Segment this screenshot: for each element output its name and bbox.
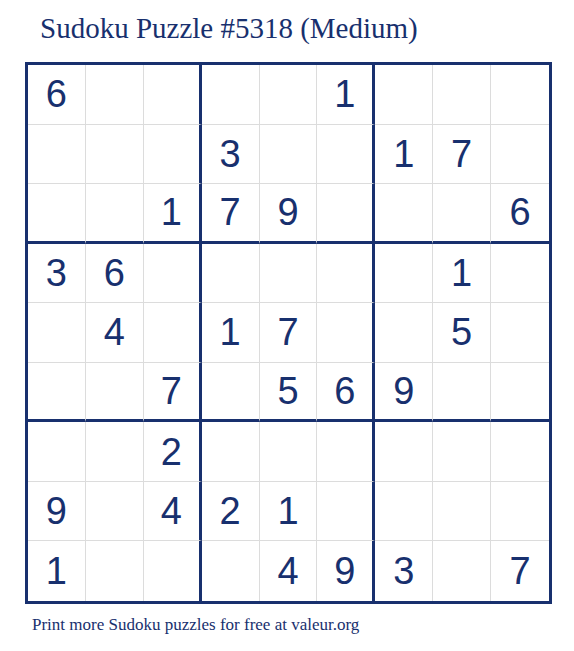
cell-r8c2[interactable]	[86, 482, 144, 542]
cell-r8c5[interactable]: 1	[260, 482, 318, 542]
cell-r3c1[interactable]	[28, 184, 86, 244]
cell-r4c8[interactable]: 1	[433, 244, 491, 304]
cell-r3c6[interactable]	[317, 184, 375, 244]
cell-r6c5[interactable]: 5	[260, 363, 318, 423]
cell-r1c8[interactable]	[433, 65, 491, 125]
cell-r4c2[interactable]: 6	[86, 244, 144, 304]
cell-r3c2[interactable]	[86, 184, 144, 244]
page-title: Sudoku Puzzle #5318 (Medium)	[40, 12, 418, 45]
cell-r1c5[interactable]	[260, 65, 318, 125]
cell-r4c1[interactable]: 3	[28, 244, 86, 304]
cell-r5c1[interactable]	[28, 303, 86, 363]
cell-r1c3[interactable]	[144, 65, 202, 125]
cell-r7c9[interactable]	[491, 422, 549, 482]
cell-r3c7[interactable]	[375, 184, 433, 244]
cell-r6c4[interactable]	[202, 363, 260, 423]
cell-r5c8[interactable]: 5	[433, 303, 491, 363]
cell-r1c9[interactable]	[491, 65, 549, 125]
cell-r8c3[interactable]: 4	[144, 482, 202, 542]
cell-r5c4[interactable]: 1	[202, 303, 260, 363]
cell-r6c7[interactable]: 9	[375, 363, 433, 423]
footer-text: Print more Sudoku puzzles for free at va…	[32, 615, 359, 635]
cell-r3c5[interactable]: 9	[260, 184, 318, 244]
cell-r9c6[interactable]: 9	[317, 541, 375, 601]
cell-r1c7[interactable]	[375, 65, 433, 125]
cell-r9c9[interactable]: 7	[491, 541, 549, 601]
cell-r5c7[interactable]	[375, 303, 433, 363]
cell-r2c6[interactable]	[317, 125, 375, 185]
cell-r9c3[interactable]	[144, 541, 202, 601]
cell-r8c9[interactable]	[491, 482, 549, 542]
cell-r8c4[interactable]: 2	[202, 482, 260, 542]
cell-r7c3[interactable]: 2	[144, 422, 202, 482]
cell-r3c8[interactable]	[433, 184, 491, 244]
cell-r7c4[interactable]	[202, 422, 260, 482]
cell-r2c7[interactable]: 1	[375, 125, 433, 185]
cell-r2c9[interactable]	[491, 125, 549, 185]
cell-r9c8[interactable]	[433, 541, 491, 601]
cell-r7c7[interactable]	[375, 422, 433, 482]
cell-r9c5[interactable]: 4	[260, 541, 318, 601]
cell-r4c5[interactable]	[260, 244, 318, 304]
cell-r8c6[interactable]	[317, 482, 375, 542]
cell-r4c9[interactable]	[491, 244, 549, 304]
cell-r8c1[interactable]: 9	[28, 482, 86, 542]
cell-r6c1[interactable]	[28, 363, 86, 423]
cell-r2c3[interactable]	[144, 125, 202, 185]
cell-r1c4[interactable]	[202, 65, 260, 125]
cell-r3c9[interactable]: 6	[491, 184, 549, 244]
sudoku-board: 613171796361417575692942114937	[25, 62, 552, 604]
cell-r3c4[interactable]: 7	[202, 184, 260, 244]
cell-r9c1[interactable]: 1	[28, 541, 86, 601]
cell-r3c3[interactable]: 1	[144, 184, 202, 244]
cell-r2c2[interactable]	[86, 125, 144, 185]
cell-r6c6[interactable]: 6	[317, 363, 375, 423]
cell-r6c8[interactable]	[433, 363, 491, 423]
cell-r7c2[interactable]	[86, 422, 144, 482]
cell-r2c1[interactable]	[28, 125, 86, 185]
cell-r5c2[interactable]: 4	[86, 303, 144, 363]
cell-r9c4[interactable]	[202, 541, 260, 601]
cell-r7c5[interactable]	[260, 422, 318, 482]
cell-r5c5[interactable]: 7	[260, 303, 318, 363]
cell-r4c7[interactable]	[375, 244, 433, 304]
cell-r7c8[interactable]	[433, 422, 491, 482]
cell-r4c4[interactable]	[202, 244, 260, 304]
cell-r8c8[interactable]	[433, 482, 491, 542]
cell-r9c7[interactable]: 3	[375, 541, 433, 601]
cell-r5c6[interactable]	[317, 303, 375, 363]
cell-r8c7[interactable]	[375, 482, 433, 542]
cell-r6c9[interactable]	[491, 363, 549, 423]
cell-r4c3[interactable]	[144, 244, 202, 304]
cell-r7c1[interactable]	[28, 422, 86, 482]
cell-r1c6[interactable]: 1	[317, 65, 375, 125]
cell-r6c3[interactable]: 7	[144, 363, 202, 423]
cell-r2c4[interactable]: 3	[202, 125, 260, 185]
cell-r5c3[interactable]	[144, 303, 202, 363]
cell-r4c6[interactable]	[317, 244, 375, 304]
cell-r7c6[interactable]	[317, 422, 375, 482]
cell-r9c2[interactable]	[86, 541, 144, 601]
cell-r1c1[interactable]: 6	[28, 65, 86, 125]
cell-r2c8[interactable]: 7	[433, 125, 491, 185]
cell-r6c2[interactable]	[86, 363, 144, 423]
cell-r1c2[interactable]	[86, 65, 144, 125]
cell-r2c5[interactable]	[260, 125, 318, 185]
cell-r5c9[interactable]	[491, 303, 549, 363]
